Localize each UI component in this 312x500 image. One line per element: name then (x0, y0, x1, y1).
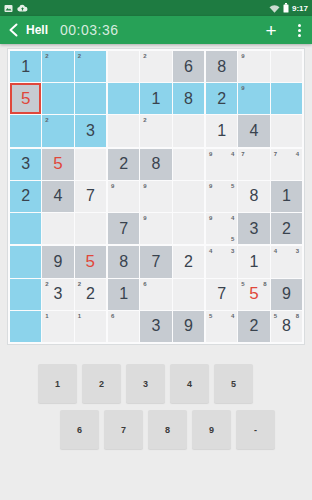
digit: 7 (119, 220, 128, 238)
cell-r5c7[interactable]: 95 (206, 181, 237, 212)
pencil-mark: 2 (45, 53, 48, 59)
cell-r1c5[interactable]: 2 (140, 51, 171, 82)
cell-r9c4[interactable]: 6 (108, 311, 139, 342)
cell-r8c9[interactable]: 9 (271, 279, 302, 310)
cell-r9c3[interactable]: 1 (75, 311, 106, 342)
numpad-button-4[interactable]: 4 (170, 364, 209, 403)
digit: 3 (250, 220, 259, 238)
cell-r7c6[interactable]: 2 (173, 246, 204, 277)
cell-r1c1[interactable]: 1 (10, 51, 41, 82)
cell-r6c6[interactable] (173, 213, 204, 244)
digit: 1 (152, 90, 161, 108)
cell-r9c2[interactable]: 1 (42, 311, 73, 342)
pencil-mark: 6 (111, 313, 114, 319)
digit: 9 (54, 253, 63, 271)
box-3: 892914 (206, 51, 302, 147)
back-chevron-icon (8, 23, 18, 37)
cell-r5c9[interactable]: 1 (271, 181, 302, 212)
pencil-mark: 9 (209, 215, 212, 221)
cell-r1c6[interactable]: 6 (173, 51, 204, 82)
error-digit: 5 (21, 89, 30, 109)
digit: 8 (184, 90, 193, 108)
cell-r3c4[interactable] (108, 115, 139, 146)
digit: 2 (119, 155, 128, 173)
cell-r5c8[interactable]: 8 (238, 181, 269, 212)
cell-r2c1[interactable]: 5 (10, 83, 41, 114)
cell-r9c1[interactable] (10, 311, 41, 342)
cell-r2c8[interactable]: 9 (238, 83, 269, 114)
error-digit: 5 (249, 284, 258, 304)
cell-r8c4[interactable]: 1 (108, 279, 139, 310)
cell-r2c5[interactable]: 1 (140, 83, 171, 114)
cell-r5c1[interactable]: 2 (10, 181, 41, 212)
pencil-mark: 8 (296, 313, 299, 319)
digit: 2 (217, 90, 226, 108)
sudoku-board: 1225232618289291435247289979947749581945… (8, 49, 304, 344)
cell-r5c5[interactable]: 9 (140, 181, 171, 212)
numpad-button-1[interactable]: 1 (38, 364, 77, 403)
cell-r7c1[interactable] (10, 246, 41, 277)
numpad-button-6[interactable]: 6 (60, 410, 99, 449)
cell-r7c5[interactable]: 7 (140, 246, 171, 277)
cell-r4c8[interactable]: 7 (238, 149, 269, 180)
pencil-mark: 1 (78, 313, 81, 319)
box-7: 95322211 (10, 246, 106, 342)
cell-r8c2[interactable]: 32 (42, 279, 73, 310)
cell-r7c4[interactable]: 8 (108, 246, 139, 277)
pencil-mark: 5 (274, 313, 277, 319)
battery-icon (283, 3, 289, 13)
cell-r3c1[interactable] (10, 115, 41, 146)
cell-r2c9[interactable] (271, 83, 302, 114)
cell-r4c1[interactable]: 3 (10, 149, 41, 180)
pencil-mark: 2 (78, 53, 81, 59)
numpad-button-5[interactable]: 5 (214, 364, 253, 403)
pencil-mark: 4 (296, 151, 299, 157)
box-2: 26182 (108, 51, 204, 147)
cell-r3c5[interactable]: 2 (140, 115, 171, 146)
app-bar: Hell 00:03:36 + (0, 16, 312, 44)
cell-r8c5[interactable]: 6 (140, 279, 171, 310)
digit: 3 (86, 122, 95, 140)
pencil-mark: 4 (231, 215, 234, 221)
box-9: 4314375589542858 (206, 246, 302, 342)
numpad-button--[interactable]: - (236, 410, 275, 449)
cell-r7c8[interactable]: 1 (238, 246, 269, 277)
pencil-mark: 1 (45, 313, 48, 319)
digit: 1 (250, 253, 259, 271)
cell-r5c3[interactable]: 7 (75, 181, 106, 212)
error-digit: 5 (53, 154, 62, 174)
pencil-mark: 4 (209, 248, 212, 254)
numpad-button-7[interactable]: 7 (104, 410, 143, 449)
overflow-menu-button[interactable] (286, 16, 312, 44)
back-button[interactable] (0, 16, 26, 44)
digit: 2 (184, 253, 193, 271)
cell-r1c8[interactable]: 9 (238, 51, 269, 82)
cell-r4c9[interactable]: 74 (271, 149, 302, 180)
box-5: 289979 (108, 149, 204, 245)
cell-r3c2[interactable]: 2 (42, 115, 73, 146)
digit: 3 (21, 155, 30, 173)
digit: 9 (282, 285, 291, 303)
numpad-row-1: 12345 (38, 364, 253, 403)
digit: 1 (282, 187, 291, 205)
overflow-menu-icon (298, 24, 301, 37)
cell-r9c6[interactable]: 9 (173, 311, 204, 342)
digit: 9 (184, 317, 193, 335)
cell-r5c6[interactable] (173, 181, 204, 212)
pencil-mark: 7 (274, 151, 277, 157)
cell-r8c7[interactable]: 7 (206, 279, 237, 310)
digit: 2 (250, 317, 259, 335)
cell-r9c9[interactable]: 858 (271, 311, 302, 342)
pencil-mark: 9 (209, 151, 212, 157)
pencil-mark: 2 (45, 117, 48, 123)
pencil-mark: 5 (231, 183, 234, 189)
pencil-mark: 9 (241, 53, 244, 59)
cloud-upload-icon (17, 4, 28, 13)
cell-r8c8[interactable]: 558 (238, 279, 269, 310)
cell-r6c4[interactable]: 7 (108, 213, 139, 244)
cell-r3c3[interactable]: 3 (75, 115, 106, 146)
box-1: 122523 (10, 51, 106, 147)
pencil-mark: 9 (143, 215, 146, 221)
cell-r4c5[interactable]: 8 (140, 149, 171, 180)
numpad-button-8[interactable]: 8 (148, 410, 187, 449)
cell-r4c7[interactable]: 94 (206, 149, 237, 180)
box-8: 87216639 (108, 246, 204, 342)
cell-r6c3[interactable] (75, 213, 106, 244)
cell-r3c7[interactable]: 1 (206, 115, 237, 146)
cell-r8c6[interactable] (173, 279, 204, 310)
cell-r2c6[interactable]: 8 (173, 83, 204, 114)
numpad-button-9[interactable]: 9 (192, 410, 231, 449)
pencil-mark: 2 (45, 281, 48, 287)
cell-r3c8[interactable]: 4 (238, 115, 269, 146)
cell-r4c6[interactable] (173, 149, 204, 180)
numpad-button-3[interactable]: 3 (126, 364, 165, 403)
pencil-mark: 4 (231, 151, 234, 157)
pencil-mark: 5 (241, 281, 244, 287)
cell-r1c9[interactable] (271, 51, 302, 82)
pencil-mark: 2 (78, 281, 81, 287)
digit: 8 (119, 253, 128, 271)
pencil-mark: 6 (143, 281, 146, 287)
cell-r2c7[interactable]: 2 (206, 83, 237, 114)
pencil-mark: 4 (274, 248, 277, 254)
digit: 7 (152, 253, 161, 271)
cell-r1c4[interactable] (108, 51, 139, 82)
pencil-mark: 2 (143, 117, 146, 123)
digit: 2 (86, 285, 95, 303)
cell-r1c7[interactable]: 8 (206, 51, 237, 82)
error-digit: 5 (86, 252, 95, 272)
wifi-icon (269, 4, 280, 13)
digit: 8 (250, 187, 259, 205)
digit: 2 (21, 187, 30, 205)
cell-r6c1[interactable] (10, 213, 41, 244)
cell-r2c3[interactable] (75, 83, 106, 114)
digit: 1 (217, 122, 226, 140)
cell-r5c2[interactable]: 4 (42, 181, 73, 212)
game-timer: 00:03:36 (60, 22, 256, 38)
numpad-row-2: 6789- (60, 410, 275, 449)
cell-r3c6[interactable] (173, 115, 204, 146)
digit: 2 (282, 220, 291, 238)
box-6: 94774958194532 (206, 149, 302, 245)
cell-r2c4[interactable] (108, 83, 139, 114)
cell-r7c3[interactable]: 5 (75, 246, 106, 277)
plus-icon: + (265, 21, 276, 40)
numpad-button-2[interactable]: 2 (82, 364, 121, 403)
pencil-mark: 8 (263, 281, 266, 287)
digit: 3 (152, 317, 161, 335)
digit: 4 (250, 122, 259, 140)
cell-r2c2[interactable] (42, 83, 73, 114)
cell-r8c1[interactable] (10, 279, 41, 310)
cell-r7c9[interactable]: 43 (271, 246, 302, 277)
pencil-mark: 9 (241, 85, 244, 91)
digit: 3 (54, 285, 63, 303)
cell-r6c2[interactable] (42, 213, 73, 244)
pencil-mark: 3 (231, 248, 234, 254)
cell-r9c7[interactable]: 54 (206, 311, 237, 342)
digit: 6 (184, 58, 193, 76)
digit: 7 (217, 285, 226, 303)
cell-r4c2[interactable]: 5 (42, 149, 73, 180)
cell-r9c5[interactable]: 3 (140, 311, 171, 342)
pencil-mark: 7 (241, 151, 244, 157)
cell-r3c9[interactable] (271, 115, 302, 146)
box-4: 35247 (10, 149, 106, 245)
cell-r8c3[interactable]: 22 (75, 279, 106, 310)
screenshot-icon (4, 4, 13, 13)
cell-r9c8[interactable]: 2 (238, 311, 269, 342)
pencil-mark: 9 (209, 183, 212, 189)
cell-r7c2[interactable]: 9 (42, 246, 73, 277)
pencil-mark: 5 (231, 236, 234, 242)
pencil-mark: 4 (231, 313, 234, 319)
page-title: Hell (26, 23, 48, 37)
cell-r1c2[interactable]: 2 (42, 51, 73, 82)
digit: 8 (152, 155, 161, 173)
digit: 1 (21, 58, 30, 76)
cell-r7c7[interactable]: 43 (206, 246, 237, 277)
digit: 4 (54, 187, 63, 205)
digit: 1 (119, 285, 128, 303)
cell-r5c4[interactable]: 9 (108, 181, 139, 212)
cell-r6c7[interactable]: 945 (206, 213, 237, 244)
cell-r6c5[interactable]: 9 (140, 213, 171, 244)
cell-r4c3[interactable] (75, 149, 106, 180)
cell-r4c4[interactable]: 2 (108, 149, 139, 180)
cell-r6c9[interactable]: 2 (271, 213, 302, 244)
pencil-mark: 2 (143, 53, 146, 59)
digit: 7 (86, 187, 95, 205)
pencil-mark: 5 (209, 313, 212, 319)
status-time: 9:17 (292, 4, 308, 13)
pencil-mark: 3 (296, 248, 299, 254)
cell-r1c3[interactable]: 2 (75, 51, 106, 82)
cell-r6c8[interactable]: 3 (238, 213, 269, 244)
digit: 8 (282, 317, 291, 335)
pencil-mark: 9 (143, 183, 146, 189)
new-game-button[interactable]: + (256, 16, 286, 44)
pencil-mark: 9 (111, 183, 114, 189)
digit: 8 (217, 58, 226, 76)
status-bar: 9:17 (0, 0, 312, 16)
